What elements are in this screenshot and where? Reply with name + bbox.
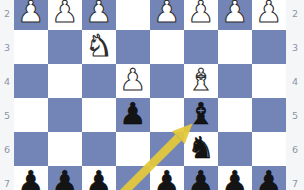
square-b2[interactable]: ♟ [218, 0, 252, 30]
rank-label-6: 6 [286, 132, 304, 166]
chess-board[interactable]: ♟♟♟♟♟♟♟♞♟♝♟♝♞♟♟♟♟♟♟♟ [14, 0, 286, 190]
square-f2[interactable]: ♟ [82, 0, 116, 30]
chess-board-container: ♟♟♟♟♟♟♟♞♟♝♟♝♞♟♟♟♟♟♟♟ 234567 234567 [0, 0, 304, 190]
black-pawn[interactable]: ♟ [188, 167, 215, 190]
square-f6[interactable] [82, 132, 116, 166]
white-pawn[interactable]: ♟ [256, 0, 283, 27]
square-a2[interactable]: ♟ [252, 0, 286, 30]
rank-label-3: 3 [286, 30, 304, 64]
square-g2[interactable]: ♟ [48, 0, 82, 30]
black-pawn[interactable]: ♟ [52, 167, 79, 190]
rank-label-6: 6 [0, 132, 14, 166]
square-d7[interactable]: ♟ [150, 166, 184, 190]
square-f7[interactable]: ♟ [82, 166, 116, 190]
rank-label-2: 2 [0, 0, 14, 30]
square-e6[interactable] [116, 132, 150, 166]
square-h7[interactable]: ♟ [14, 166, 48, 190]
square-a3[interactable] [252, 30, 286, 64]
rank-label-5: 5 [0, 98, 14, 132]
square-b6[interactable] [218, 132, 252, 166]
rank-label-3: 3 [0, 30, 14, 64]
square-d4[interactable] [150, 64, 184, 98]
square-b7[interactable]: ♟ [218, 166, 252, 190]
square-c6[interactable]: ♞ [184, 132, 218, 166]
square-g7[interactable]: ♟ [48, 166, 82, 190]
rank-label-7: 7 [0, 166, 14, 190]
square-g4[interactable] [48, 64, 82, 98]
square-c5[interactable]: ♝ [184, 98, 218, 132]
square-d3[interactable] [150, 30, 184, 64]
black-knight[interactable]: ♞ [188, 133, 215, 163]
square-a7[interactable]: ♟ [252, 166, 286, 190]
square-a6[interactable] [252, 132, 286, 166]
rank-label-2: 2 [286, 0, 304, 30]
square-f5[interactable] [82, 98, 116, 132]
white-pawn[interactable]: ♟ [154, 0, 181, 27]
white-pawn[interactable]: ♟ [222, 0, 249, 27]
square-d5[interactable] [150, 98, 184, 132]
rank-labels-left: 234567 [0, 0, 14, 190]
black-pawn[interactable]: ♟ [86, 167, 113, 190]
rank-label-4: 4 [0, 64, 14, 98]
square-h2[interactable]: ♟ [14, 0, 48, 30]
square-c4[interactable]: ♝ [184, 64, 218, 98]
rank-label-5: 5 [286, 98, 304, 132]
square-e2[interactable] [116, 0, 150, 30]
square-a4[interactable] [252, 64, 286, 98]
square-d6[interactable] [150, 132, 184, 166]
square-f4[interactable] [82, 64, 116, 98]
black-pawn[interactable]: ♟ [154, 167, 181, 190]
square-h3[interactable] [14, 30, 48, 64]
square-b3[interactable] [218, 30, 252, 64]
square-e4[interactable]: ♟ [116, 64, 150, 98]
square-g6[interactable] [48, 132, 82, 166]
rank-label-4: 4 [286, 64, 304, 98]
square-f3[interactable]: ♞ [82, 30, 116, 64]
rank-labels-right: 234567 [286, 0, 304, 190]
square-e7[interactable] [116, 166, 150, 190]
square-h5[interactable] [14, 98, 48, 132]
white-bishop[interactable]: ♝ [188, 65, 215, 95]
square-c2[interactable]: ♟ [184, 0, 218, 30]
square-c3[interactable] [184, 30, 218, 64]
rank-label-7: 7 [286, 166, 304, 190]
square-g5[interactable] [48, 98, 82, 132]
white-knight[interactable]: ♞ [86, 31, 113, 61]
white-pawn[interactable]: ♟ [18, 0, 45, 27]
black-pawn[interactable]: ♟ [222, 167, 249, 190]
square-e5[interactable]: ♟ [116, 98, 150, 132]
black-pawn[interactable]: ♟ [120, 99, 147, 129]
white-pawn[interactable]: ♟ [52, 0, 79, 27]
square-e3[interactable] [116, 30, 150, 64]
black-bishop[interactable]: ♝ [188, 99, 215, 129]
square-a5[interactable] [252, 98, 286, 132]
square-h6[interactable] [14, 132, 48, 166]
square-d2[interactable]: ♟ [150, 0, 184, 30]
square-c7[interactable]: ♟ [184, 166, 218, 190]
white-pawn[interactable]: ♟ [188, 0, 215, 27]
square-h4[interactable] [14, 64, 48, 98]
black-pawn[interactable]: ♟ [256, 167, 283, 190]
square-b5[interactable] [218, 98, 252, 132]
white-pawn[interactable]: ♟ [86, 0, 113, 27]
white-pawn[interactable]: ♟ [120, 65, 147, 95]
black-pawn[interactable]: ♟ [18, 167, 45, 190]
square-b4[interactable] [218, 64, 252, 98]
square-g3[interactable] [48, 30, 82, 64]
